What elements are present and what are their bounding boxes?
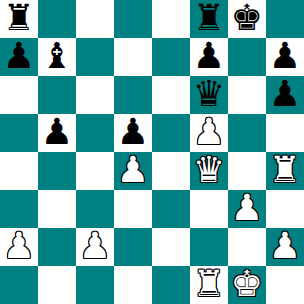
square-b4[interactable] xyxy=(38,152,76,190)
square-c1[interactable] xyxy=(76,266,114,304)
square-h1[interactable] xyxy=(266,266,304,304)
black-queen[interactable]: ♛ xyxy=(193,75,225,113)
square-c3[interactable] xyxy=(76,190,114,228)
square-c8[interactable] xyxy=(76,0,114,38)
square-h7[interactable]: ♟ xyxy=(266,38,304,76)
black-rook[interactable]: ♜ xyxy=(3,0,35,37)
square-f1[interactable]: ♜ xyxy=(190,266,228,304)
square-c5[interactable] xyxy=(76,114,114,152)
square-b8[interactable] xyxy=(38,0,76,38)
square-e3[interactable] xyxy=(152,190,190,228)
square-h8[interactable] xyxy=(266,0,304,38)
square-b5[interactable]: ♟ xyxy=(38,114,76,152)
square-g5[interactable] xyxy=(228,114,266,152)
square-f6[interactable]: ♛ xyxy=(190,76,228,114)
square-b6[interactable] xyxy=(38,76,76,114)
square-d1[interactable] xyxy=(114,266,152,304)
square-c7[interactable] xyxy=(76,38,114,76)
square-f4[interactable]: ♛ xyxy=(190,152,228,190)
square-a2[interactable]: ♟ xyxy=(0,228,38,266)
square-e7[interactable] xyxy=(152,38,190,76)
square-b1[interactable] xyxy=(38,266,76,304)
square-e5[interactable] xyxy=(152,114,190,152)
black-rook[interactable]: ♜ xyxy=(193,0,225,37)
square-f5[interactable]: ♟ xyxy=(190,114,228,152)
square-e4[interactable] xyxy=(152,152,190,190)
square-e2[interactable] xyxy=(152,228,190,266)
black-pawn[interactable]: ♟ xyxy=(41,113,73,151)
white-pawn[interactable]: ♟ xyxy=(3,227,35,265)
square-h3[interactable] xyxy=(266,190,304,228)
square-a3[interactable] xyxy=(0,190,38,228)
square-d2[interactable] xyxy=(114,228,152,266)
black-pawn[interactable]: ♟ xyxy=(269,75,301,113)
white-pawn[interactable]: ♟ xyxy=(269,227,301,265)
square-f8[interactable]: ♜ xyxy=(190,0,228,38)
square-h6[interactable]: ♟ xyxy=(266,76,304,114)
square-e8[interactable] xyxy=(152,0,190,38)
square-d6[interactable] xyxy=(114,76,152,114)
white-rook[interactable]: ♜ xyxy=(269,151,301,189)
white-rook[interactable]: ♜ xyxy=(193,265,225,303)
square-h4[interactable]: ♜ xyxy=(266,152,304,190)
square-g6[interactable] xyxy=(228,76,266,114)
square-a5[interactable] xyxy=(0,114,38,152)
black-pawn[interactable]: ♟ xyxy=(3,37,35,75)
black-bishop[interactable]: ♝ xyxy=(41,37,73,75)
square-h2[interactable]: ♟ xyxy=(266,228,304,266)
white-pawn[interactable]: ♟ xyxy=(79,227,111,265)
square-g4[interactable] xyxy=(228,152,266,190)
square-d8[interactable] xyxy=(114,0,152,38)
white-king[interactable]: ♚ xyxy=(231,265,263,303)
square-h5[interactable] xyxy=(266,114,304,152)
square-d3[interactable] xyxy=(114,190,152,228)
black-king[interactable]: ♚ xyxy=(231,0,263,37)
black-pawn[interactable]: ♟ xyxy=(117,113,149,151)
square-d4[interactable]: ♟ xyxy=(114,152,152,190)
black-pawn[interactable]: ♟ xyxy=(193,37,225,75)
square-g2[interactable] xyxy=(228,228,266,266)
white-pawn[interactable]: ♟ xyxy=(117,151,149,189)
square-b3[interactable] xyxy=(38,190,76,228)
square-g1[interactable]: ♚ xyxy=(228,266,266,304)
square-c6[interactable] xyxy=(76,76,114,114)
white-pawn[interactable]: ♟ xyxy=(231,189,263,227)
square-f3[interactable] xyxy=(190,190,228,228)
square-d5[interactable]: ♟ xyxy=(114,114,152,152)
square-a8[interactable]: ♜ xyxy=(0,0,38,38)
square-g3[interactable]: ♟ xyxy=(228,190,266,228)
square-c2[interactable]: ♟ xyxy=(76,228,114,266)
chess-board: ♜♜♚♟♝♟♟♛♟♟♟♟♟♛♜♟♟♟♟♜♚ xyxy=(0,0,304,304)
square-g8[interactable]: ♚ xyxy=(228,0,266,38)
square-e6[interactable] xyxy=(152,76,190,114)
white-pawn[interactable]: ♟ xyxy=(193,113,225,151)
square-a1[interactable] xyxy=(0,266,38,304)
square-d7[interactable] xyxy=(114,38,152,76)
square-a4[interactable] xyxy=(0,152,38,190)
square-b2[interactable] xyxy=(38,228,76,266)
white-queen[interactable]: ♛ xyxy=(193,151,225,189)
square-b7[interactable]: ♝ xyxy=(38,38,76,76)
square-a7[interactable]: ♟ xyxy=(0,38,38,76)
square-e1[interactable] xyxy=(152,266,190,304)
black-pawn[interactable]: ♟ xyxy=(269,37,301,75)
square-g7[interactable] xyxy=(228,38,266,76)
square-f2[interactable] xyxy=(190,228,228,266)
square-f7[interactable]: ♟ xyxy=(190,38,228,76)
square-a6[interactable] xyxy=(0,76,38,114)
square-c4[interactable] xyxy=(76,152,114,190)
